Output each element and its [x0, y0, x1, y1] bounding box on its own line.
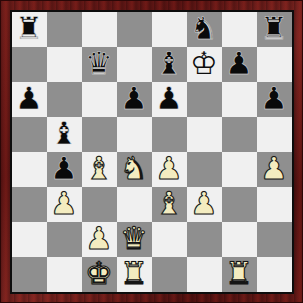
square-d6[interactable]: ♟ — [117, 82, 152, 117]
square-a8[interactable]: ♜ — [12, 12, 47, 47]
square-e8[interactable] — [152, 12, 187, 47]
square-b7[interactable] — [47, 47, 82, 82]
square-a5[interactable] — [12, 117, 47, 152]
square-d2[interactable]: ♛ — [117, 222, 152, 257]
square-e1[interactable] — [152, 257, 187, 292]
white-rook[interactable]: ♜ — [225, 257, 253, 291]
black-pawn[interactable]: ♟ — [50, 152, 78, 186]
square-c8[interactable] — [82, 12, 117, 47]
square-g8[interactable] — [222, 12, 257, 47]
square-f2[interactable] — [187, 222, 222, 257]
square-b6[interactable] — [47, 82, 82, 117]
chess-board[interactable]: ♜♞♜♛♝♔♟♟♟♟♟♝♟♝♞♟♟♟♝♟♟♛♚♜♜ — [10, 10, 294, 294]
square-g2[interactable] — [222, 222, 257, 257]
square-h2[interactable] — [257, 222, 292, 257]
square-c3[interactable] — [82, 187, 117, 222]
square-e4[interactable]: ♟ — [152, 152, 187, 187]
square-g4[interactable] — [222, 152, 257, 187]
square-b1[interactable] — [47, 257, 82, 292]
black-queen[interactable]: ♛ — [85, 47, 113, 81]
white-pawn[interactable]: ♟ — [260, 152, 288, 186]
square-h7[interactable] — [257, 47, 292, 82]
square-b4[interactable]: ♟ — [47, 152, 82, 187]
square-c4[interactable]: ♝ — [82, 152, 117, 187]
square-b3[interactable]: ♟ — [47, 187, 82, 222]
square-a3[interactable] — [12, 187, 47, 222]
white-bishop[interactable]: ♝ — [155, 187, 183, 221]
square-c7[interactable]: ♛ — [82, 47, 117, 82]
square-a6[interactable]: ♟ — [12, 82, 47, 117]
black-king[interactable]: ♔ — [190, 47, 218, 81]
square-d5[interactable] — [117, 117, 152, 152]
white-pawn[interactable]: ♟ — [50, 187, 78, 221]
white-pawn[interactable]: ♟ — [155, 152, 183, 186]
square-f1[interactable] — [187, 257, 222, 292]
square-c6[interactable] — [82, 82, 117, 117]
black-pawn[interactable]: ♟ — [155, 82, 183, 116]
square-h3[interactable] — [257, 187, 292, 222]
square-f7[interactable]: ♔ — [187, 47, 222, 82]
square-f5[interactable] — [187, 117, 222, 152]
square-a7[interactable] — [12, 47, 47, 82]
square-e6[interactable]: ♟ — [152, 82, 187, 117]
square-f3[interactable]: ♟ — [187, 187, 222, 222]
square-a2[interactable] — [12, 222, 47, 257]
square-f4[interactable] — [187, 152, 222, 187]
black-knight[interactable]: ♞ — [190, 12, 218, 46]
square-d4[interactable]: ♞ — [117, 152, 152, 187]
square-f8[interactable]: ♞ — [187, 12, 222, 47]
black-pawn[interactable]: ♟ — [260, 82, 288, 116]
black-bishop[interactable]: ♝ — [50, 117, 78, 151]
square-e5[interactable] — [152, 117, 187, 152]
square-g1[interactable]: ♜ — [222, 257, 257, 292]
square-e3[interactable]: ♝ — [152, 187, 187, 222]
square-g7[interactable]: ♟ — [222, 47, 257, 82]
square-b5[interactable]: ♝ — [47, 117, 82, 152]
black-rook[interactable]: ♜ — [260, 12, 288, 46]
square-c5[interactable] — [82, 117, 117, 152]
square-f6[interactable] — [187, 82, 222, 117]
square-a1[interactable] — [12, 257, 47, 292]
white-pawn[interactable]: ♟ — [190, 187, 218, 221]
white-rook[interactable]: ♜ — [120, 257, 148, 291]
black-bishop[interactable]: ♝ — [155, 47, 183, 81]
square-g5[interactable] — [222, 117, 257, 152]
square-a4[interactable] — [12, 152, 47, 187]
square-d3[interactable] — [117, 187, 152, 222]
black-pawn[interactable]: ♟ — [225, 47, 253, 81]
square-h5[interactable] — [257, 117, 292, 152]
square-d1[interactable]: ♜ — [117, 257, 152, 292]
white-king[interactable]: ♚ — [85, 257, 113, 291]
white-pawn[interactable]: ♟ — [85, 222, 113, 256]
square-c1[interactable]: ♚ — [82, 257, 117, 292]
square-d8[interactable] — [117, 12, 152, 47]
board-frame: ♜♞♜♛♝♔♟♟♟♟♟♝♟♝♞♟♟♟♝♟♟♛♚♜♜ — [0, 0, 303, 303]
white-bishop[interactable]: ♝ — [85, 152, 113, 186]
black-pawn[interactable]: ♟ — [120, 82, 148, 116]
square-h8[interactable]: ♜ — [257, 12, 292, 47]
square-b2[interactable] — [47, 222, 82, 257]
square-e7[interactable]: ♝ — [152, 47, 187, 82]
square-h6[interactable]: ♟ — [257, 82, 292, 117]
square-c2[interactable]: ♟ — [82, 222, 117, 257]
square-b8[interactable] — [47, 12, 82, 47]
square-g6[interactable] — [222, 82, 257, 117]
white-knight[interactable]: ♞ — [120, 152, 148, 186]
black-pawn[interactable]: ♟ — [15, 82, 43, 116]
white-queen[interactable]: ♛ — [120, 222, 148, 256]
square-h1[interactable] — [257, 257, 292, 292]
square-g3[interactable] — [222, 187, 257, 222]
square-e2[interactable] — [152, 222, 187, 257]
square-d7[interactable] — [117, 47, 152, 82]
square-h4[interactable]: ♟ — [257, 152, 292, 187]
black-rook[interactable]: ♜ — [15, 12, 43, 46]
